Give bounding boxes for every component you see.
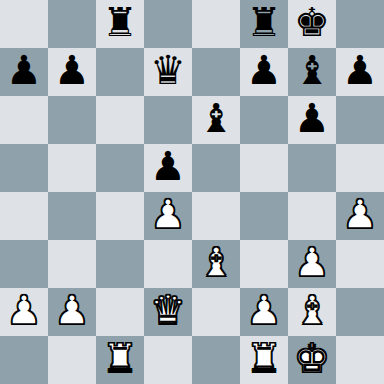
black-rook-piece[interactable]: ♜ bbox=[102, 0, 138, 46]
square-d4[interactable]: ♟ bbox=[144, 192, 192, 240]
square-b6[interactable] bbox=[48, 96, 96, 144]
square-h2[interactable] bbox=[336, 288, 384, 336]
square-c1[interactable]: ♜ bbox=[96, 336, 144, 384]
square-f1[interactable]: ♜ bbox=[240, 336, 288, 384]
square-e4[interactable] bbox=[192, 192, 240, 240]
square-a7[interactable]: ♟ bbox=[0, 48, 48, 96]
square-h4[interactable]: ♟ bbox=[336, 192, 384, 240]
square-f6[interactable] bbox=[240, 96, 288, 144]
square-b2[interactable]: ♟ bbox=[48, 288, 96, 336]
black-pawn-piece[interactable]: ♟ bbox=[150, 142, 186, 190]
square-a5[interactable] bbox=[0, 144, 48, 192]
black-pawn-piece[interactable]: ♟ bbox=[294, 94, 330, 142]
black-bishop-piece[interactable]: ♝ bbox=[294, 46, 330, 94]
square-c5[interactable] bbox=[96, 144, 144, 192]
white-king-piece[interactable]: ♚ bbox=[294, 334, 330, 382]
white-pawn-piece[interactable]: ♟ bbox=[342, 190, 378, 238]
square-d2[interactable]: ♛ bbox=[144, 288, 192, 336]
white-pawn-piece[interactable]: ♟ bbox=[246, 286, 282, 334]
square-g7[interactable]: ♝ bbox=[288, 48, 336, 96]
square-a3[interactable] bbox=[0, 240, 48, 288]
square-f3[interactable] bbox=[240, 240, 288, 288]
square-g5[interactable] bbox=[288, 144, 336, 192]
square-e5[interactable] bbox=[192, 144, 240, 192]
square-c3[interactable] bbox=[96, 240, 144, 288]
square-h5[interactable] bbox=[336, 144, 384, 192]
square-g8[interactable]: ♚ bbox=[288, 0, 336, 48]
square-b4[interactable] bbox=[48, 192, 96, 240]
square-e7[interactable] bbox=[192, 48, 240, 96]
square-f5[interactable] bbox=[240, 144, 288, 192]
square-h6[interactable] bbox=[336, 96, 384, 144]
square-a6[interactable] bbox=[0, 96, 48, 144]
square-d6[interactable] bbox=[144, 96, 192, 144]
white-pawn-piece[interactable]: ♟ bbox=[294, 238, 330, 286]
square-g1[interactable]: ♚ bbox=[288, 336, 336, 384]
square-d3[interactable] bbox=[144, 240, 192, 288]
black-pawn-piece[interactable]: ♟ bbox=[246, 46, 282, 94]
white-pawn-piece[interactable]: ♟ bbox=[54, 286, 90, 334]
square-g3[interactable]: ♟ bbox=[288, 240, 336, 288]
square-e1[interactable] bbox=[192, 336, 240, 384]
square-g4[interactable] bbox=[288, 192, 336, 240]
square-e3[interactable]: ♝ bbox=[192, 240, 240, 288]
square-d1[interactable] bbox=[144, 336, 192, 384]
square-b7[interactable]: ♟ bbox=[48, 48, 96, 96]
black-pawn-piece[interactable]: ♟ bbox=[54, 46, 90, 94]
black-king-piece[interactable]: ♚ bbox=[294, 0, 330, 46]
square-b1[interactable] bbox=[48, 336, 96, 384]
square-f4[interactable] bbox=[240, 192, 288, 240]
square-a2[interactable]: ♟ bbox=[0, 288, 48, 336]
square-a4[interactable] bbox=[0, 192, 48, 240]
square-f2[interactable]: ♟ bbox=[240, 288, 288, 336]
square-c8[interactable]: ♜ bbox=[96, 0, 144, 48]
square-b8[interactable] bbox=[48, 0, 96, 48]
square-c4[interactable] bbox=[96, 192, 144, 240]
square-f7[interactable]: ♟ bbox=[240, 48, 288, 96]
white-bishop-piece[interactable]: ♝ bbox=[198, 238, 234, 286]
chess-board: ♜♜♚♟♟♛♟♝♟♝♟♟♟♟♝♟♟♟♛♟♝♜♜♚ bbox=[0, 0, 384, 384]
black-rook-piece[interactable]: ♜ bbox=[246, 0, 282, 46]
black-pawn-piece[interactable]: ♟ bbox=[342, 46, 378, 94]
white-rook-piece[interactable]: ♜ bbox=[246, 334, 282, 382]
square-f8[interactable]: ♜ bbox=[240, 0, 288, 48]
square-d8[interactable] bbox=[144, 0, 192, 48]
square-c6[interactable] bbox=[96, 96, 144, 144]
black-pawn-piece[interactable]: ♟ bbox=[6, 46, 42, 94]
square-d7[interactable]: ♛ bbox=[144, 48, 192, 96]
white-bishop-piece[interactable]: ♝ bbox=[294, 286, 330, 334]
square-h3[interactable] bbox=[336, 240, 384, 288]
white-rook-piece[interactable]: ♜ bbox=[102, 334, 138, 382]
square-g6[interactable]: ♟ bbox=[288, 96, 336, 144]
square-e2[interactable] bbox=[192, 288, 240, 336]
square-a8[interactable] bbox=[0, 0, 48, 48]
square-c2[interactable] bbox=[96, 288, 144, 336]
square-d5[interactable]: ♟ bbox=[144, 144, 192, 192]
square-c7[interactable] bbox=[96, 48, 144, 96]
square-h7[interactable]: ♟ bbox=[336, 48, 384, 96]
square-a1[interactable] bbox=[0, 336, 48, 384]
square-b5[interactable] bbox=[48, 144, 96, 192]
square-g2[interactable]: ♝ bbox=[288, 288, 336, 336]
square-h8[interactable] bbox=[336, 0, 384, 48]
square-e8[interactable] bbox=[192, 0, 240, 48]
white-queen-piece[interactable]: ♛ bbox=[150, 286, 186, 334]
square-h1[interactable] bbox=[336, 336, 384, 384]
black-queen-piece[interactable]: ♛ bbox=[150, 46, 186, 94]
white-pawn-piece[interactable]: ♟ bbox=[6, 286, 42, 334]
white-pawn-piece[interactable]: ♟ bbox=[150, 190, 186, 238]
black-bishop-piece[interactable]: ♝ bbox=[198, 94, 234, 142]
square-b3[interactable] bbox=[48, 240, 96, 288]
square-e6[interactable]: ♝ bbox=[192, 96, 240, 144]
